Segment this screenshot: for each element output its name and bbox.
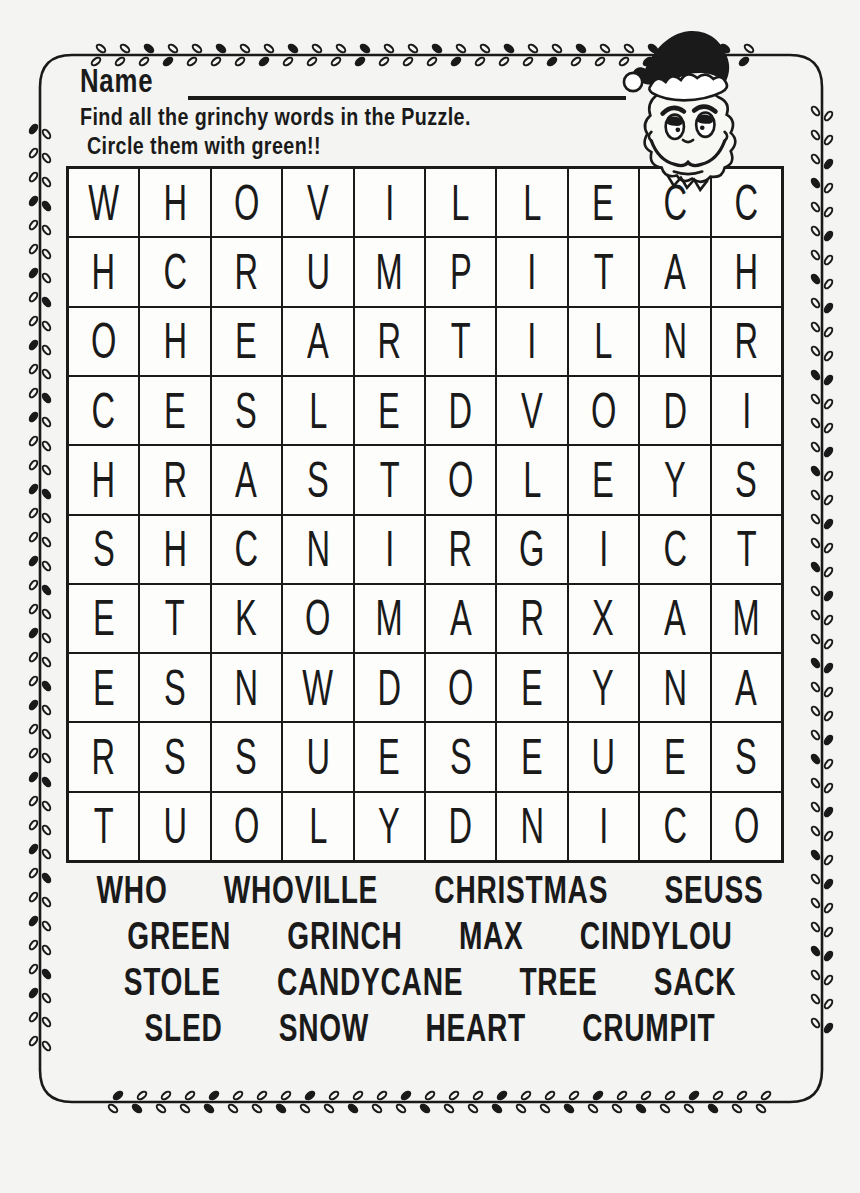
grid-cell-letter: T	[451, 316, 471, 366]
grid-cell-letter: I	[599, 801, 608, 851]
grid-cell[interactable]: T	[711, 515, 782, 584]
grid-cell[interactable]: R	[496, 584, 567, 653]
grid-cell-letter: V	[307, 177, 329, 227]
grid-cell-letter: D	[378, 663, 402, 713]
grid-cell[interactable]: O	[568, 376, 639, 445]
grid-cell-letter: U	[306, 732, 330, 782]
grid-cell-letter: T	[165, 593, 185, 643]
grid-cell-letter: E	[378, 385, 400, 435]
grid-cell[interactable]: S	[711, 722, 782, 791]
grid-cell-letter: M	[376, 247, 403, 297]
grid-cell-letter: O	[91, 316, 116, 366]
grid-cell-letter: R	[449, 524, 473, 574]
grid-cell[interactable]: E	[354, 376, 425, 445]
word-bank-word: SLED	[145, 1007, 223, 1050]
grid-cell-letter: X	[593, 593, 615, 643]
grid-cell[interactable]: Y	[354, 792, 425, 861]
grid-cell[interactable]: A	[211, 445, 282, 514]
word-bank-word: WHO	[97, 869, 168, 912]
grid-cell-letter: E	[593, 455, 615, 505]
grid-cell[interactable]: N	[211, 653, 282, 722]
grid-cell[interactable]: O	[425, 653, 496, 722]
grid-cell[interactable]: U	[568, 722, 639, 791]
grid-cell[interactable]: H	[68, 445, 139, 514]
grid-cell[interactable]: C	[211, 515, 282, 584]
grid-cell-letter: P	[450, 247, 472, 297]
word-bank-word: GRINCH	[287, 915, 402, 958]
grid-cell-letter: W	[88, 177, 119, 227]
grid-cell[interactable]: D	[425, 376, 496, 445]
grid-cell-letter: A	[307, 316, 329, 366]
grid-cell-letter: A	[664, 593, 686, 643]
grid-cell[interactable]: L	[568, 307, 639, 376]
grid-cell[interactable]: H	[68, 237, 139, 306]
grid-cell-letter: E	[664, 732, 686, 782]
grid-cell[interactable]: S	[711, 445, 782, 514]
grid-cell-letter: H	[163, 524, 187, 574]
word-bank-word: SACK	[654, 961, 737, 1004]
word-bank-row: STOLECANDYCANETREESACK	[112, 959, 748, 1005]
grid-cell[interactable]: I	[496, 307, 567, 376]
grid-cell-letter: E	[521, 663, 543, 713]
grid-cell[interactable]: I	[568, 515, 639, 584]
grinch-illustration	[616, 22, 758, 200]
grid-cell[interactable]: E	[568, 445, 639, 514]
grid-cell[interactable]: U	[139, 792, 210, 861]
instruction-line-2: Circle them with green!!	[87, 132, 529, 160]
grid-cell-letter: A	[664, 247, 686, 297]
grid-cell[interactable]: S	[211, 376, 282, 445]
grid-cell-letter: C	[92, 385, 116, 435]
grid-cell-letter: O	[305, 593, 330, 643]
grid-cell[interactable]: W	[68, 168, 139, 237]
grid-cell[interactable]: V	[496, 376, 567, 445]
grid-cell[interactable]: E	[68, 653, 139, 722]
grid-cell-letter: H	[163, 177, 187, 227]
grid-cell[interactable]: I	[711, 376, 782, 445]
grid-cell-letter: R	[378, 316, 402, 366]
instruction-line-1: Find all the grinchy words in the Puzzle…	[80, 103, 528, 131]
name-label: Name	[80, 62, 153, 100]
grid-cell-letter: V	[521, 385, 543, 435]
grid-cell[interactable]: R	[354, 307, 425, 376]
grid-cell[interactable]: H	[711, 237, 782, 306]
grid-cell-letter: Y	[664, 455, 686, 505]
grid-cell[interactable]: N	[282, 515, 353, 584]
grid-cell[interactable]: C	[639, 792, 710, 861]
grid-cell-letter: I	[528, 316, 537, 366]
grid-cell-letter: S	[735, 455, 757, 505]
grid-cell[interactable]: H	[139, 307, 210, 376]
word-bank-word: CINDYLOU	[580, 915, 733, 958]
grid-cell[interactable]: P	[425, 237, 496, 306]
grid-cell-letter: M	[376, 593, 403, 643]
grid-cell[interactable]: C	[68, 376, 139, 445]
grid-cell[interactable]: R	[139, 445, 210, 514]
grid-cell-letter: C	[163, 247, 187, 297]
grid-cell-letter: R	[92, 732, 116, 782]
grid-cell[interactable]: A	[639, 584, 710, 653]
word-bank-word: SEUSS	[664, 869, 763, 912]
grid-cell[interactable]: E	[496, 722, 567, 791]
grid-cell-letter: E	[93, 663, 115, 713]
worksheet-header: Name Find all the grinchy words in the P…	[80, 62, 626, 160]
grid-cell[interactable]: A	[282, 307, 353, 376]
grid-cell[interactable]: O	[282, 584, 353, 653]
grid-cell-letter: Y	[378, 801, 400, 851]
word-bank-word: STOLE	[124, 961, 221, 1004]
grid-cell[interactable]: T	[425, 307, 496, 376]
grid-cell-letter: I	[385, 524, 394, 574]
grid-cell-letter: O	[234, 177, 259, 227]
name-input-line[interactable]	[188, 64, 626, 100]
word-bank-row: GREENGRINCHMAXCINDYLOU	[112, 913, 748, 959]
grid-cell-letter: W	[302, 663, 333, 713]
grid-cell[interactable]: R	[211, 237, 282, 306]
grid-cell[interactable]: O	[211, 168, 282, 237]
grid-cell-letter: H	[92, 247, 116, 297]
grid-cell[interactable]: R	[711, 307, 782, 376]
grid-cell-letter: D	[663, 385, 687, 435]
grid-cell[interactable]: K	[211, 584, 282, 653]
grid-cell-letter: I	[742, 385, 751, 435]
grid-cell-letter: N	[520, 801, 544, 851]
grid-cell[interactable]: M	[354, 237, 425, 306]
grid-cell-letter: D	[449, 385, 473, 435]
grid-cell-letter: S	[236, 732, 258, 782]
grid-cell[interactable]: S	[282, 445, 353, 514]
grid-cell[interactable]: S	[425, 722, 496, 791]
grid-cell[interactable]: E	[354, 722, 425, 791]
grid-cell-letter: R	[163, 455, 187, 505]
grid-cell[interactable]: L	[496, 168, 567, 237]
grid-cell[interactable]: C	[139, 237, 210, 306]
grinch-face	[645, 89, 736, 182]
grid-cell-letter: N	[235, 663, 259, 713]
grid-cell[interactable]: X	[568, 584, 639, 653]
grid-cell-letter: R	[735, 316, 759, 366]
grid-cell[interactable]: N	[639, 653, 710, 722]
grid-cell[interactable]: O	[68, 307, 139, 376]
grid-cell[interactable]: O	[211, 792, 282, 861]
grid-cell-letter: L	[309, 385, 327, 435]
grid-cell-letter: Y	[593, 663, 615, 713]
grid-cell[interactable]: C	[639, 515, 710, 584]
grid-cell-letter: R	[235, 247, 259, 297]
grid-cell[interactable]: I	[354, 515, 425, 584]
grid-cell[interactable]: R	[68, 722, 139, 791]
grinch-pupil-left	[676, 127, 681, 132]
grid-cell[interactable]: M	[354, 584, 425, 653]
grid-cell-letter: U	[163, 801, 187, 851]
grid-cell[interactable]: A	[711, 653, 782, 722]
grid-cell[interactable]: O	[711, 792, 782, 861]
grid-cell[interactable]: I	[568, 792, 639, 861]
grid-cell-letter: O	[448, 663, 473, 713]
grid-cell-letter: O	[734, 801, 759, 851]
grid-cell[interactable]: E	[139, 376, 210, 445]
grid-cell-letter: I	[385, 177, 394, 227]
grid-cell-letter: O	[448, 455, 473, 505]
grid-cell[interactable]: D	[639, 376, 710, 445]
grid-cell-letter: K	[236, 593, 258, 643]
grid-cell-letter: H	[163, 316, 187, 366]
grid-cell[interactable]: D	[354, 653, 425, 722]
grid-cell-letter: A	[735, 663, 757, 713]
word-bank-row: SLEDSNOWHEARTCRUMPIT	[112, 1005, 748, 1051]
grid-cell[interactable]: M	[711, 584, 782, 653]
grid-cell[interactable]: L	[282, 376, 353, 445]
grid-cell-letter: L	[594, 316, 612, 366]
grid-cell[interactable]: L	[425, 168, 496, 237]
word-bank-word: CHRISTMAS	[434, 869, 608, 912]
grid-cell[interactable]: T	[354, 445, 425, 514]
grid-cell-letter: U	[306, 247, 330, 297]
grid-cell[interactable]: A	[425, 584, 496, 653]
grid-cell-letter: L	[523, 455, 541, 505]
grid-cell[interactable]: T	[568, 237, 639, 306]
word-bank-word: WHOVILLE	[224, 869, 378, 912]
grid-cell[interactable]: R	[425, 515, 496, 584]
grid-cell[interactable]: L	[496, 445, 567, 514]
grid-cell-letter: I	[599, 524, 608, 574]
grid-cell-letter: L	[523, 177, 541, 227]
grid-cell-letter: E	[593, 177, 615, 227]
grid-cell[interactable]: D	[425, 792, 496, 861]
grid-cell[interactable]: E	[68, 584, 139, 653]
grid-cell-letter: S	[236, 385, 258, 435]
grid-cell-letter: C	[663, 524, 687, 574]
santa-hat	[633, 31, 730, 85]
grid-cell-letter: E	[164, 385, 186, 435]
grid-cell-letter: L	[452, 177, 470, 227]
grid-cell-letter: O	[591, 385, 616, 435]
grid-cell-letter: L	[309, 801, 327, 851]
grid-cell-letter: N	[663, 663, 687, 713]
grid-cell-letter: S	[307, 455, 329, 505]
grid-cell-letter: M	[733, 593, 760, 643]
grinch-pupil-right	[700, 125, 705, 130]
grid-cell-letter: O	[234, 801, 259, 851]
grid-cell[interactable]: S	[68, 515, 139, 584]
grid-cell-letter: I	[528, 247, 537, 297]
grid-cell-letter: H	[92, 455, 116, 505]
grid-cell-letter: S	[164, 663, 186, 713]
grid-cell-letter: D	[449, 801, 473, 851]
grid-cell[interactable]: L	[282, 792, 353, 861]
grid-cell-letter: T	[379, 455, 399, 505]
grid-cell[interactable]: E	[496, 653, 567, 722]
word-bank-word: TREE	[519, 961, 597, 1004]
grid-cell[interactable]: T	[68, 792, 139, 861]
grid-cell[interactable]: V	[282, 168, 353, 237]
grid-cell[interactable]: A	[639, 237, 710, 306]
grid-cell[interactable]: S	[211, 722, 282, 791]
grid-cell-letter: E	[521, 732, 543, 782]
grid-cell[interactable]: E	[639, 722, 710, 791]
grid-cell[interactable]: U	[282, 237, 353, 306]
grid-cell[interactable]: U	[282, 722, 353, 791]
grid-cell[interactable]: Y	[639, 445, 710, 514]
grid-cell-letter: T	[594, 247, 614, 297]
grid-cell-letter: A	[450, 593, 472, 643]
word-bank-word: CRUMPIT	[582, 1007, 715, 1050]
grid-cell-letter: N	[306, 524, 330, 574]
word-bank-word: SNOW	[279, 1007, 369, 1050]
grid-cell-letter: T	[94, 801, 114, 851]
grid-cell-letter: H	[735, 247, 759, 297]
grid-cell-letter: S	[450, 732, 472, 782]
grid-cell-letter: C	[663, 801, 687, 851]
word-search-grid: WHOVILLECCHCRUMPITAHOHEARTILNRCESLEDVODI…	[66, 166, 784, 863]
grid-cell[interactable]: N	[496, 792, 567, 861]
grid-cell-letter: C	[235, 524, 259, 574]
grid-cell-letter: S	[735, 732, 757, 782]
grid-cell-letter: E	[236, 316, 258, 366]
grid-cell[interactable]: G	[496, 515, 567, 584]
grid-cell-letter: U	[592, 732, 616, 782]
word-bank-word: HEART	[425, 1007, 526, 1050]
word-bank-word: CANDYCANE	[277, 961, 463, 1004]
grid-cell-letter: T	[736, 524, 756, 574]
grid-cell-letter: G	[519, 524, 544, 574]
grid-cell-letter: E	[378, 732, 400, 782]
grid-cell-letter: A	[236, 455, 258, 505]
grid-cell[interactable]: H	[139, 515, 210, 584]
word-bank-word: GREEN	[127, 915, 231, 958]
grid-cell[interactable]: H	[139, 168, 210, 237]
grid-cell[interactable]: E	[211, 307, 282, 376]
grid-cell-letter: R	[520, 593, 544, 643]
grid-cell-letter: S	[93, 524, 115, 574]
grid-cell[interactable]: I	[354, 168, 425, 237]
grid-cell[interactable]: O	[425, 445, 496, 514]
grid-cell-letter: S	[164, 732, 186, 782]
grid-cell-letter: N	[663, 316, 687, 366]
grid-cell[interactable]: S	[139, 653, 210, 722]
grid-cell[interactable]: T	[139, 584, 210, 653]
grid-cell[interactable]: S	[139, 722, 210, 791]
word-bank-row: WHOWHOVILLECHRISTMASSEUSS	[112, 867, 748, 913]
santa-hat-pompom	[624, 73, 642, 91]
grid-cell[interactable]: Y	[568, 653, 639, 722]
grid-cell-letter: E	[93, 593, 115, 643]
word-bank-word: MAX	[459, 915, 524, 958]
grid-cell[interactable]: N	[639, 307, 710, 376]
word-bank: WHOWHOVILLECHRISTMASSEUSSGREENGRINCHMAXC…	[0, 867, 860, 1051]
grid-cell[interactable]: I	[496, 237, 567, 306]
grid-cell[interactable]: W	[282, 653, 353, 722]
